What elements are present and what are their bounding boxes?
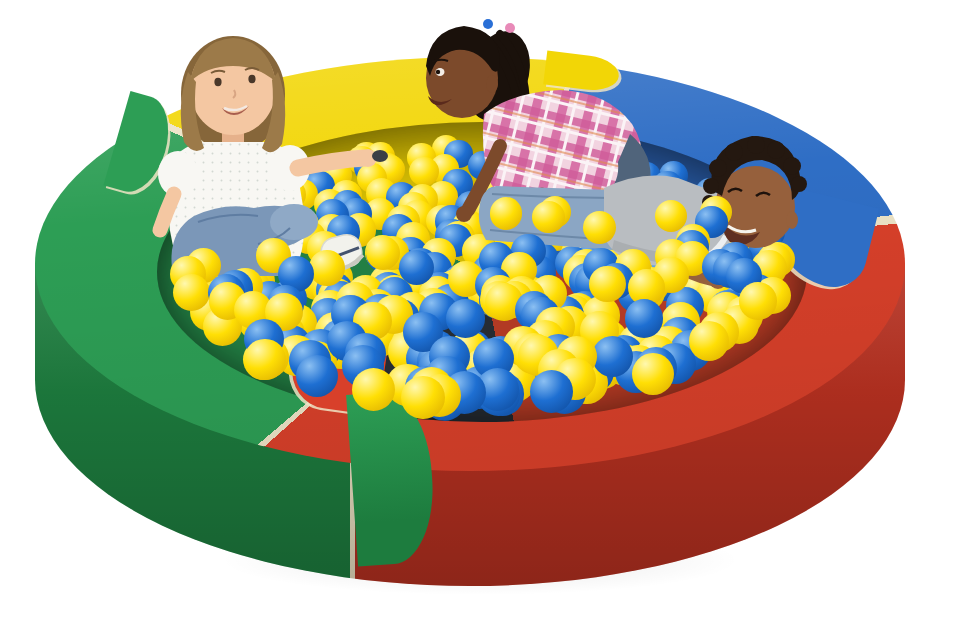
ball	[689, 321, 729, 361]
ball	[401, 376, 445, 420]
ball	[530, 370, 573, 413]
ball	[173, 274, 210, 311]
girl-left-bangs	[190, 38, 276, 82]
ball	[592, 336, 633, 377]
ball	[399, 250, 435, 286]
ball-pit-scene	[0, 0, 970, 619]
ball	[244, 339, 285, 380]
girl-left-eye	[214, 78, 221, 86]
girl-left-brows	[211, 68, 259, 73]
girl-left-eye	[248, 75, 255, 83]
balls-layer-front	[157, 122, 807, 422]
ball	[632, 353, 674, 395]
ball	[309, 250, 345, 286]
ball	[739, 282, 777, 320]
ball	[589, 266, 626, 303]
ball	[352, 368, 395, 411]
ball	[583, 211, 616, 244]
ball	[296, 355, 338, 397]
hair-bead-pink	[505, 23, 515, 33]
ball	[490, 197, 522, 229]
ball	[532, 201, 564, 233]
ball	[625, 299, 664, 338]
ball	[446, 299, 485, 338]
hair-bead-blue	[483, 19, 493, 29]
